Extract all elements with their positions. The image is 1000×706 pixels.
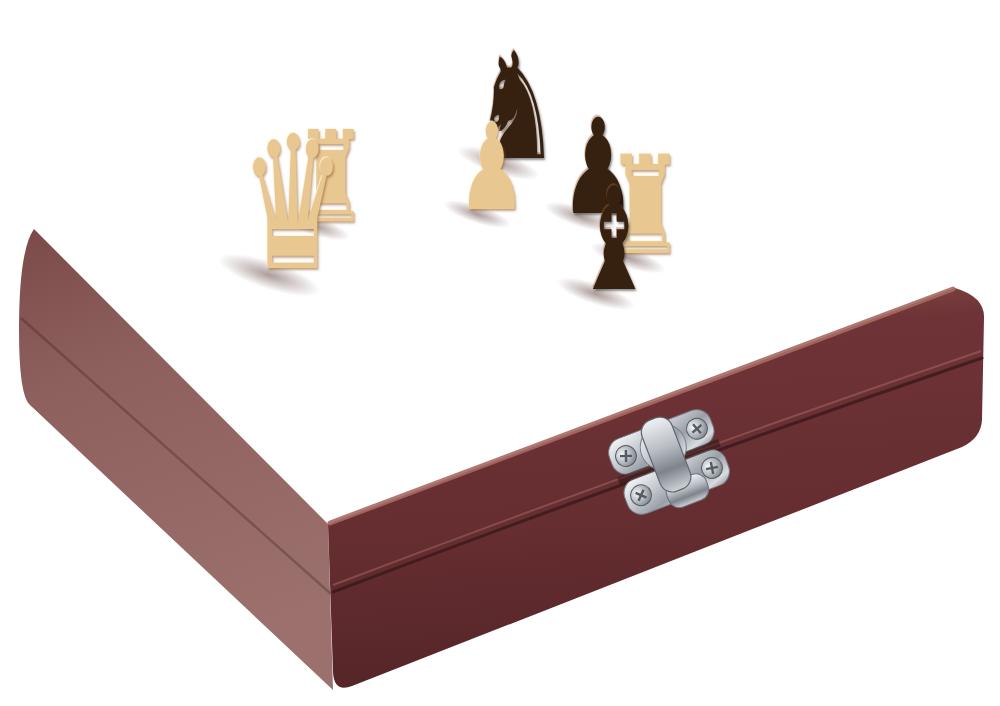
black-bishop-glyph: ♝	[550, 169, 677, 311]
white-pawn-glyph: ♟	[438, 108, 546, 228]
white-queen-glyph: ♛	[210, 112, 376, 297]
lid-seam-left	[21, 318, 331, 594]
product-photo: ♛ ♜ ♞ ♟ ♟ ♜ ♝	[0, 0, 1000, 706]
